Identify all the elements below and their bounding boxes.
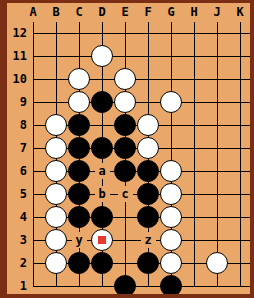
point-K9[interactable] [229,91,252,114]
point-G8[interactable] [160,114,183,137]
point-H12[interactable] [183,22,206,45]
col-label-K: K [229,3,252,22]
point-J5[interactable] [206,183,229,206]
point-B5[interactable] [45,183,68,206]
point-G5[interactable] [160,183,183,206]
point-J11[interactable] [206,45,229,68]
point-B4[interactable] [45,206,68,229]
white-stone [45,183,67,205]
col-label-B: B [45,3,68,22]
point-E10[interactable] [114,68,137,91]
point-D10[interactable] [91,68,114,91]
point-label-y: y [72,232,87,248]
black-stone [137,206,159,228]
point-B8[interactable] [45,114,68,137]
white-stone [160,91,182,113]
point-B7[interactable] [45,137,68,160]
point-H2[interactable] [183,252,206,275]
point-F11[interactable] [137,45,160,68]
white-stone [114,91,136,113]
black-stone [68,160,90,182]
point-B6[interactable] [45,160,68,183]
point-H6[interactable] [183,160,206,183]
point-H5[interactable] [183,183,206,206]
black-stone [114,114,136,136]
point-J8[interactable] [206,114,229,137]
point-A8[interactable] [22,114,45,137]
point-K8[interactable] [229,114,252,137]
black-stone [68,137,90,159]
point-D7[interactable] [91,137,114,160]
point-C10[interactable] [68,68,91,91]
point-A1[interactable] [22,275,45,298]
point-A4[interactable] [22,206,45,229]
black-stone [68,206,90,228]
white-stone [160,183,182,205]
black-stone [114,160,136,182]
white-stone [45,229,67,251]
point-H8[interactable] [183,114,206,137]
black-stone [91,206,113,228]
white-stone [68,68,90,90]
point-D12[interactable] [91,22,114,45]
point-F3[interactable]: z [137,229,160,252]
point-F7[interactable] [137,137,160,160]
black-stone [68,114,90,136]
point-B12[interactable] [45,22,68,45]
white-stone [45,160,67,182]
point-F6[interactable] [137,160,160,183]
white-stone [160,229,182,251]
col-label-J: J [206,3,229,22]
point-B1[interactable] [45,275,68,298]
point-G7[interactable] [160,137,183,160]
white-stone [91,45,113,67]
col-label-H: H [183,3,206,22]
point-E11[interactable] [114,45,137,68]
point-F4[interactable] [137,206,160,229]
point-C11[interactable] [68,45,91,68]
point-C6[interactable] [68,160,91,183]
point-E2[interactable] [114,252,137,275]
point-A2[interactable] [22,252,45,275]
point-J12[interactable] [206,22,229,45]
point-E12[interactable] [114,22,137,45]
point-H1[interactable] [183,275,206,298]
point-B2[interactable] [45,252,68,275]
point-F9[interactable] [137,91,160,114]
col-label-E: E [114,3,137,22]
point-B3[interactable] [45,229,68,252]
black-stone [114,137,136,159]
black-stone [160,275,182,297]
point-C3[interactable]: y [68,229,91,252]
point-C1[interactable] [68,275,91,298]
white-stone [114,68,136,90]
point-D8[interactable] [91,114,114,137]
point-E8[interactable] [114,114,137,137]
black-stone [68,252,90,274]
point-F2[interactable] [137,252,160,275]
white-stone [160,160,182,182]
point-C5[interactable] [68,183,91,206]
white-stone [45,206,67,228]
point-G3[interactable] [160,229,183,252]
point-J3[interactable] [206,229,229,252]
white-stone [160,206,182,228]
point-F1[interactable] [137,275,160,298]
black-stone [137,252,159,274]
point-J6[interactable] [206,160,229,183]
black-stone [114,275,136,297]
black-stone [137,183,159,205]
point-J4[interactable] [206,206,229,229]
point-D9[interactable] [91,91,114,114]
point-A10[interactable] [22,68,45,91]
col-label-A: A [22,3,45,22]
point-K1[interactable] [229,275,252,298]
point-C12[interactable] [68,22,91,45]
point-H9[interactable] [183,91,206,114]
go-board-grid: abcyz [22,22,252,298]
white-stone [137,114,159,136]
point-A5[interactable] [22,183,45,206]
point-D11[interactable] [91,45,114,68]
point-C7[interactable] [68,137,91,160]
point-F5[interactable] [137,183,160,206]
point-J10[interactable] [206,68,229,91]
point-E5[interactable]: c [114,183,137,206]
point-G12[interactable] [160,22,183,45]
point-K3[interactable] [229,229,252,252]
point-E4[interactable] [114,206,137,229]
point-C2[interactable] [68,252,91,275]
point-E3[interactable] [114,229,137,252]
white-stone [45,137,67,159]
point-E7[interactable] [114,137,137,160]
point-F8[interactable] [137,114,160,137]
point-J7[interactable] [206,137,229,160]
point-A9[interactable] [22,91,45,114]
white-stone [68,91,90,113]
point-H3[interactable] [183,229,206,252]
point-C9[interactable] [68,91,91,114]
point-E6[interactable] [114,160,137,183]
col-label-D: D [91,3,114,22]
white-stone [45,252,67,274]
point-D1[interactable] [91,275,114,298]
point-B11[interactable] [45,45,68,68]
black-stone [91,137,113,159]
point-K6[interactable] [229,160,252,183]
point-D5[interactable]: b [91,183,114,206]
point-J1[interactable] [206,275,229,298]
point-A11[interactable] [22,45,45,68]
point-D6[interactable]: a [91,160,114,183]
point-K7[interactable] [229,137,252,160]
white-stone [137,137,159,159]
point-C4[interactable] [68,206,91,229]
black-stone [68,183,90,205]
point-F10[interactable] [137,68,160,91]
point-D2[interactable] [91,252,114,275]
point-A12[interactable] [22,22,45,45]
point-J2[interactable] [206,252,229,275]
point-G6[interactable] [160,160,183,183]
point-G4[interactable] [160,206,183,229]
point-G1[interactable] [160,275,183,298]
red-square-mark [98,236,106,244]
point-D3[interactable] [91,229,114,252]
white-stone [45,114,67,136]
point-B9[interactable] [45,91,68,114]
black-stone [91,252,113,274]
point-H7[interactable] [183,137,206,160]
point-H11[interactable] [183,45,206,68]
marked-white-stone [91,229,113,251]
black-stone [137,160,159,182]
point-G2[interactable] [160,252,183,275]
point-F12[interactable] [137,22,160,45]
point-label-c: c [118,186,133,202]
white-stone [206,252,228,274]
point-A6[interactable] [22,160,45,183]
point-K2[interactable] [229,252,252,275]
black-stone [91,91,113,113]
point-E1[interactable] [114,275,137,298]
point-K10[interactable] [229,68,252,91]
point-G11[interactable] [160,45,183,68]
point-K12[interactable] [229,22,252,45]
point-G10[interactable] [160,68,183,91]
point-K11[interactable] [229,45,252,68]
col-label-F: F [137,3,160,22]
point-label-z: z [141,232,156,248]
col-label-G: G [160,3,183,22]
point-H4[interactable] [183,206,206,229]
point-A3[interactable] [22,229,45,252]
column-labels: ABCDEFGHJK [22,3,252,22]
point-label-b: b [95,186,110,202]
point-E9[interactable] [114,91,137,114]
point-K5[interactable] [229,183,252,206]
point-J9[interactable] [206,91,229,114]
point-K4[interactable] [229,206,252,229]
point-label-a: a [95,163,110,179]
white-stone [160,252,182,274]
point-C8[interactable] [68,114,91,137]
col-label-C: C [68,3,91,22]
go-board-window: ABCDEFGHJK 121110987654321 abcyz [0,0,254,298]
point-B10[interactable] [45,68,68,91]
point-D4[interactable] [91,206,114,229]
point-G9[interactable] [160,91,183,114]
point-H10[interactable] [183,68,206,91]
point-A7[interactable] [22,137,45,160]
